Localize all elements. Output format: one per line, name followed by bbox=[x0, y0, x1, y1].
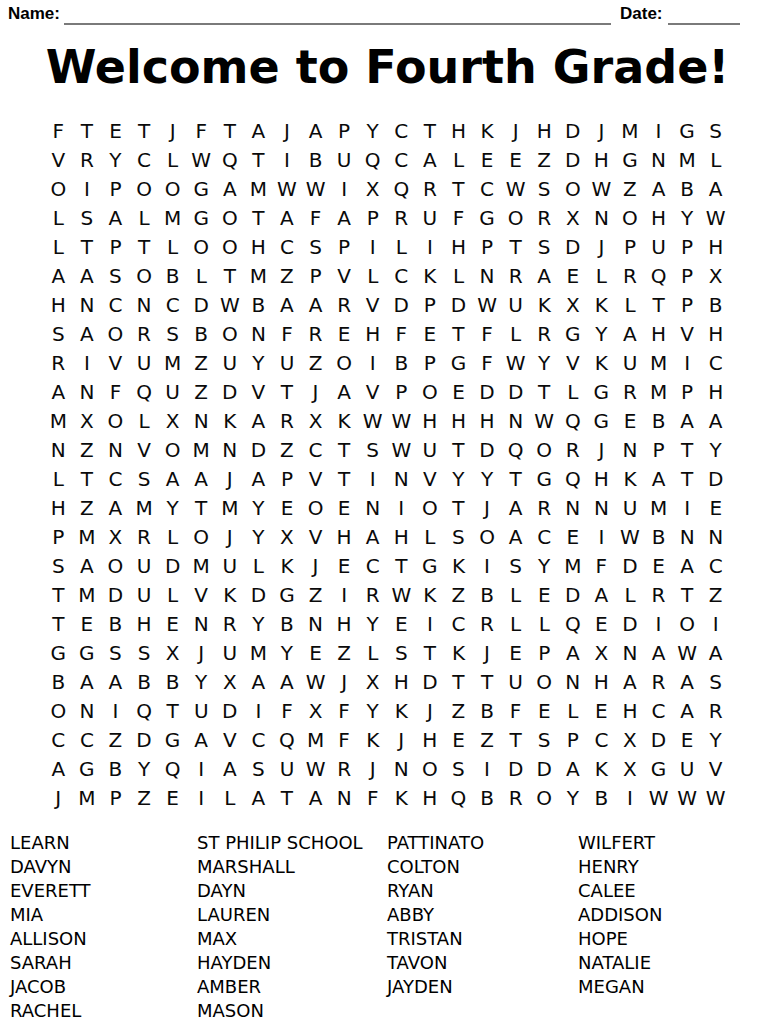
grid-cell[interactable]: L bbox=[158, 232, 187, 261]
grid-cell[interactable]: K bbox=[444, 551, 473, 580]
grid-cell[interactable]: K bbox=[444, 638, 473, 667]
grid-cell[interactable]: P bbox=[673, 232, 702, 261]
grid-cell[interactable]: O bbox=[673, 609, 702, 638]
grid-cell[interactable]: E bbox=[330, 493, 359, 522]
grid-cell[interactable]: O bbox=[187, 232, 216, 261]
grid-cell[interactable]: Y bbox=[187, 667, 216, 696]
grid-cell[interactable]: K bbox=[387, 783, 416, 812]
grid-cell[interactable]: F bbox=[330, 725, 359, 754]
grid-cell[interactable]: R bbox=[73, 145, 102, 174]
grid-cell[interactable]: X bbox=[216, 667, 245, 696]
grid-cell[interactable]: A bbox=[673, 696, 702, 725]
grid-cell[interactable]: W bbox=[358, 406, 387, 435]
grid-cell[interactable]: T bbox=[216, 261, 245, 290]
grid-cell[interactable]: O bbox=[187, 522, 216, 551]
grid-cell[interactable]: Y bbox=[559, 783, 588, 812]
grid-cell[interactable]: P bbox=[358, 203, 387, 232]
grid-cell[interactable]: N bbox=[501, 406, 530, 435]
grid-cell[interactable]: B bbox=[301, 145, 330, 174]
grid-cell[interactable]: H bbox=[416, 725, 445, 754]
grid-cell[interactable]: T bbox=[473, 667, 502, 696]
grid-cell[interactable]: D bbox=[501, 377, 530, 406]
grid-cell[interactable]: R bbox=[273, 406, 302, 435]
grid-cell[interactable]: T bbox=[130, 116, 159, 145]
grid-cell[interactable]: X bbox=[301, 406, 330, 435]
grid-cell[interactable]: R bbox=[616, 261, 645, 290]
grid-cell[interactable]: D bbox=[101, 580, 130, 609]
grid-cell[interactable]: M bbox=[158, 348, 187, 377]
grid-cell[interactable]: N bbox=[187, 609, 216, 638]
grid-cell[interactable]: M bbox=[644, 348, 673, 377]
grid-cell[interactable]: W bbox=[301, 754, 330, 783]
grid-cell[interactable]: B bbox=[130, 667, 159, 696]
grid-cell[interactable]: W bbox=[530, 406, 559, 435]
grid-cell[interactable]: G bbox=[587, 377, 616, 406]
grid-cell[interactable]: M bbox=[644, 377, 673, 406]
grid-cell[interactable]: I bbox=[673, 493, 702, 522]
grid-cell[interactable]: M bbox=[73, 580, 102, 609]
grid-cell[interactable]: O bbox=[130, 174, 159, 203]
grid-cell[interactable]: P bbox=[616, 232, 645, 261]
grid-cell[interactable]: X bbox=[101, 522, 130, 551]
grid-cell[interactable]: J bbox=[387, 725, 416, 754]
grid-cell[interactable]: J bbox=[216, 522, 245, 551]
grid-cell[interactable]: W bbox=[301, 667, 330, 696]
grid-cell[interactable]: B bbox=[158, 261, 187, 290]
grid-cell[interactable]: Y bbox=[587, 319, 616, 348]
grid-cell[interactable]: V bbox=[416, 464, 445, 493]
grid-cell[interactable]: M bbox=[158, 203, 187, 232]
grid-cell[interactable]: T bbox=[130, 232, 159, 261]
grid-cell[interactable]: U bbox=[616, 493, 645, 522]
grid-cell[interactable]: R bbox=[44, 348, 73, 377]
grid-cell[interactable]: U bbox=[130, 580, 159, 609]
grid-cell[interactable]: X bbox=[616, 754, 645, 783]
grid-cell[interactable]: T bbox=[73, 232, 102, 261]
grid-cell[interactable]: A bbox=[501, 493, 530, 522]
grid-cell[interactable]: A bbox=[101, 203, 130, 232]
grid-cell[interactable]: E bbox=[444, 725, 473, 754]
grid-cell[interactable]: A bbox=[330, 203, 359, 232]
grid-cell[interactable]: O bbox=[559, 174, 588, 203]
grid-cell[interactable]: O bbox=[216, 232, 245, 261]
grid-cell[interactable]: K bbox=[616, 464, 645, 493]
grid-cell[interactable]: V bbox=[330, 261, 359, 290]
grid-cell[interactable]: F bbox=[473, 348, 502, 377]
grid-cell[interactable]: I bbox=[358, 348, 387, 377]
grid-cell[interactable]: T bbox=[216, 116, 245, 145]
grid-cell[interactable]: O bbox=[301, 493, 330, 522]
grid-cell[interactable]: Y bbox=[273, 638, 302, 667]
grid-cell[interactable]: P bbox=[330, 232, 359, 261]
grid-cell[interactable]: O bbox=[101, 319, 130, 348]
grid-cell[interactable]: T bbox=[444, 493, 473, 522]
grid-cell[interactable]: K bbox=[587, 290, 616, 319]
grid-cell[interactable]: F bbox=[387, 319, 416, 348]
grid-cell[interactable]: M bbox=[216, 493, 245, 522]
grid-cell[interactable]: Z bbox=[301, 580, 330, 609]
grid-cell[interactable]: S bbox=[387, 638, 416, 667]
grid-cell[interactable]: Q bbox=[130, 696, 159, 725]
grid-cell[interactable]: Z bbox=[73, 493, 102, 522]
grid-cell[interactable]: N bbox=[587, 493, 616, 522]
grid-cell[interactable]: T bbox=[673, 435, 702, 464]
grid-cell[interactable]: N bbox=[473, 261, 502, 290]
grid-cell[interactable]: N bbox=[559, 667, 588, 696]
grid-cell[interactable]: L bbox=[559, 696, 588, 725]
grid-cell[interactable]: Y bbox=[358, 116, 387, 145]
grid-cell[interactable]: N bbox=[216, 435, 245, 464]
grid-cell[interactable]: H bbox=[444, 232, 473, 261]
grid-cell[interactable]: P bbox=[416, 290, 445, 319]
grid-cell[interactable]: A bbox=[301, 290, 330, 319]
grid-cell[interactable]: S bbox=[158, 319, 187, 348]
grid-cell[interactable]: Q bbox=[216, 145, 245, 174]
grid-cell[interactable]: X bbox=[701, 261, 730, 290]
grid-cell[interactable]: B bbox=[473, 580, 502, 609]
grid-cell[interactable]: S bbox=[44, 319, 73, 348]
grid-cell[interactable]: E bbox=[501, 145, 530, 174]
grid-cell[interactable]: S bbox=[530, 232, 559, 261]
grid-cell[interactable]: Q bbox=[158, 754, 187, 783]
grid-cell[interactable]: D bbox=[216, 696, 245, 725]
grid-cell[interactable]: N bbox=[301, 609, 330, 638]
grid-cell[interactable]: H bbox=[701, 232, 730, 261]
grid-cell[interactable]: K bbox=[530, 290, 559, 319]
grid-cell[interactable]: I bbox=[330, 174, 359, 203]
grid-cell[interactable]: G bbox=[158, 725, 187, 754]
grid-cell[interactable]: A bbox=[216, 754, 245, 783]
grid-cell[interactable]: F bbox=[44, 116, 73, 145]
grid-cell[interactable]: A bbox=[187, 725, 216, 754]
grid-cell[interactable]: B bbox=[187, 319, 216, 348]
grid-cell[interactable]: M bbox=[73, 522, 102, 551]
grid-cell[interactable]: H bbox=[330, 522, 359, 551]
grid-cell[interactable]: Z bbox=[187, 377, 216, 406]
grid-cell[interactable]: U bbox=[130, 348, 159, 377]
grid-cell[interactable]: X bbox=[158, 638, 187, 667]
grid-cell[interactable]: D bbox=[501, 754, 530, 783]
grid-cell[interactable]: A bbox=[644, 638, 673, 667]
grid-cell[interactable]: Z bbox=[616, 174, 645, 203]
grid-cell[interactable]: D bbox=[701, 464, 730, 493]
grid-cell[interactable]: G bbox=[673, 116, 702, 145]
grid-cell[interactable]: S bbox=[130, 464, 159, 493]
grid-cell[interactable]: T bbox=[273, 783, 302, 812]
grid-cell[interactable]: N bbox=[330, 783, 359, 812]
grid-cell[interactable]: T bbox=[501, 725, 530, 754]
grid-cell[interactable]: A bbox=[244, 667, 273, 696]
grid-cell[interactable]: T bbox=[501, 464, 530, 493]
grid-cell[interactable]: G bbox=[473, 203, 502, 232]
grid-cell[interactable]: L bbox=[44, 464, 73, 493]
grid-cell[interactable]: O bbox=[416, 377, 445, 406]
grid-cell[interactable]: V bbox=[559, 348, 588, 377]
grid-cell[interactable]: L bbox=[559, 377, 588, 406]
grid-cell[interactable]: C bbox=[244, 725, 273, 754]
grid-cell[interactable]: E bbox=[101, 116, 130, 145]
grid-cell[interactable]: A bbox=[559, 754, 588, 783]
grid-cell[interactable]: E bbox=[501, 638, 530, 667]
grid-cell[interactable]: I bbox=[701, 609, 730, 638]
grid-cell[interactable]: H bbox=[473, 406, 502, 435]
grid-cell[interactable]: L bbox=[130, 203, 159, 232]
grid-cell[interactable]: K bbox=[216, 580, 245, 609]
grid-cell[interactable]: V bbox=[216, 725, 245, 754]
grid-cell[interactable]: A bbox=[273, 203, 302, 232]
grid-cell[interactable]: T bbox=[416, 116, 445, 145]
grid-cell[interactable]: G bbox=[416, 551, 445, 580]
grid-cell[interactable]: G bbox=[587, 406, 616, 435]
grid-cell[interactable]: L bbox=[130, 406, 159, 435]
grid-cell[interactable]: Z bbox=[73, 435, 102, 464]
grid-cell[interactable]: N bbox=[44, 435, 73, 464]
grid-cell[interactable]: K bbox=[587, 348, 616, 377]
grid-cell[interactable]: C bbox=[273, 232, 302, 261]
grid-cell[interactable]: O bbox=[130, 261, 159, 290]
grid-cell[interactable]: R bbox=[616, 377, 645, 406]
grid-cell[interactable]: I bbox=[473, 551, 502, 580]
grid-cell[interactable]: A bbox=[559, 638, 588, 667]
grid-cell[interactable]: V bbox=[701, 754, 730, 783]
grid-cell[interactable]: Z bbox=[701, 580, 730, 609]
grid-cell[interactable]: U bbox=[673, 754, 702, 783]
grid-cell[interactable]: L bbox=[501, 580, 530, 609]
grid-cell[interactable]: A bbox=[644, 174, 673, 203]
grid-cell[interactable]: K bbox=[473, 116, 502, 145]
grid-cell[interactable]: C bbox=[644, 696, 673, 725]
grid-cell[interactable]: J bbox=[187, 638, 216, 667]
grid-cell[interactable]: A bbox=[644, 464, 673, 493]
grid-cell[interactable]: A bbox=[73, 319, 102, 348]
grid-cell[interactable]: L bbox=[216, 783, 245, 812]
grid-cell[interactable]: U bbox=[416, 203, 445, 232]
grid-cell[interactable]: Y bbox=[158, 493, 187, 522]
grid-cell[interactable]: V bbox=[358, 290, 387, 319]
grid-cell[interactable]: A bbox=[701, 406, 730, 435]
grid-cell[interactable]: Z bbox=[273, 435, 302, 464]
grid-cell[interactable]: B bbox=[644, 522, 673, 551]
grid-cell[interactable]: T bbox=[44, 580, 73, 609]
grid-cell[interactable]: M bbox=[187, 435, 216, 464]
grid-cell[interactable]: L bbox=[587, 261, 616, 290]
grid-cell[interactable]: C bbox=[358, 551, 387, 580]
grid-cell[interactable]: B bbox=[587, 783, 616, 812]
grid-cell[interactable]: R bbox=[416, 174, 445, 203]
grid-cell[interactable]: J bbox=[158, 116, 187, 145]
grid-cell[interactable]: R bbox=[501, 783, 530, 812]
grid-cell[interactable]: D bbox=[559, 116, 588, 145]
grid-cell[interactable]: E bbox=[559, 261, 588, 290]
grid-cell[interactable]: E bbox=[301, 638, 330, 667]
grid-cell[interactable]: I bbox=[330, 580, 359, 609]
grid-cell[interactable]: Y bbox=[101, 145, 130, 174]
grid-cell[interactable]: V bbox=[673, 319, 702, 348]
grid-cell[interactable]: B bbox=[644, 406, 673, 435]
grid-cell[interactable]: T bbox=[187, 493, 216, 522]
grid-cell[interactable]: S bbox=[358, 435, 387, 464]
grid-cell[interactable]: H bbox=[587, 667, 616, 696]
grid-cell[interactable]: F bbox=[301, 203, 330, 232]
grid-cell[interactable]: N bbox=[559, 493, 588, 522]
grid-cell[interactable]: U bbox=[501, 667, 530, 696]
grid-cell[interactable]: T bbox=[44, 609, 73, 638]
grid-cell[interactable]: I bbox=[473, 754, 502, 783]
grid-cell[interactable]: X bbox=[616, 725, 645, 754]
grid-cell[interactable]: H bbox=[701, 319, 730, 348]
grid-cell[interactable]: Y bbox=[244, 522, 273, 551]
grid-cell[interactable]: A bbox=[501, 522, 530, 551]
grid-cell[interactable]: N bbox=[701, 522, 730, 551]
grid-cell[interactable]: M bbox=[644, 493, 673, 522]
grid-cell[interactable]: X bbox=[273, 522, 302, 551]
grid-cell[interactable]: U bbox=[216, 551, 245, 580]
grid-cell[interactable]: H bbox=[587, 464, 616, 493]
grid-cell[interactable]: M bbox=[44, 406, 73, 435]
grid-cell[interactable]: V bbox=[301, 522, 330, 551]
grid-cell[interactable]: S bbox=[301, 232, 330, 261]
grid-cell[interactable]: Y bbox=[358, 609, 387, 638]
grid-cell[interactable]: D bbox=[616, 551, 645, 580]
grid-cell[interactable]: A bbox=[158, 464, 187, 493]
grid-cell[interactable]: B bbox=[158, 667, 187, 696]
grid-cell[interactable]: U bbox=[644, 232, 673, 261]
grid-cell[interactable]: O bbox=[216, 319, 245, 348]
grid-cell[interactable]: A bbox=[587, 580, 616, 609]
grid-cell[interactable]: A bbox=[44, 377, 73, 406]
grid-cell[interactable]: H bbox=[44, 493, 73, 522]
grid-cell[interactable]: U bbox=[187, 696, 216, 725]
grid-cell[interactable]: D bbox=[559, 580, 588, 609]
grid-cell[interactable]: N bbox=[616, 435, 645, 464]
grid-cell[interactable]: G bbox=[187, 174, 216, 203]
grid-cell[interactable]: B bbox=[701, 290, 730, 319]
grid-cell[interactable]: E bbox=[158, 783, 187, 812]
grid-cell[interactable]: I bbox=[101, 696, 130, 725]
grid-cell[interactable]: Q bbox=[273, 725, 302, 754]
grid-cell[interactable]: Y bbox=[130, 754, 159, 783]
grid-cell[interactable]: A bbox=[616, 667, 645, 696]
grid-cell[interactable]: O bbox=[101, 551, 130, 580]
grid-cell[interactable]: V bbox=[358, 377, 387, 406]
grid-cell[interactable]: M bbox=[244, 174, 273, 203]
grid-cell[interactable]: T bbox=[644, 290, 673, 319]
grid-cell[interactable]: W bbox=[587, 174, 616, 203]
grid-cell[interactable]: I bbox=[416, 232, 445, 261]
grid-cell[interactable]: U bbox=[416, 435, 445, 464]
grid-cell[interactable]: H bbox=[444, 116, 473, 145]
grid-cell[interactable]: A bbox=[44, 754, 73, 783]
grid-cell[interactable]: W bbox=[673, 638, 702, 667]
grid-cell[interactable]: K bbox=[416, 261, 445, 290]
grid-cell[interactable]: S bbox=[101, 261, 130, 290]
grid-cell[interactable]: H bbox=[444, 406, 473, 435]
grid-cell[interactable]: C bbox=[73, 725, 102, 754]
grid-cell[interactable]: J bbox=[587, 232, 616, 261]
grid-cell[interactable]: D bbox=[158, 551, 187, 580]
grid-cell[interactable]: F bbox=[358, 783, 387, 812]
grid-cell[interactable]: L bbox=[244, 551, 273, 580]
grid-cell[interactable]: O bbox=[416, 493, 445, 522]
grid-cell[interactable]: J bbox=[301, 377, 330, 406]
grid-cell[interactable]: O bbox=[473, 522, 502, 551]
grid-cell[interactable]: E bbox=[330, 551, 359, 580]
grid-cell[interactable]: J bbox=[44, 783, 73, 812]
grid-cell[interactable]: C bbox=[530, 522, 559, 551]
grid-cell[interactable]: R bbox=[501, 261, 530, 290]
grid-cell[interactable]: B bbox=[387, 348, 416, 377]
grid-cell[interactable]: H bbox=[416, 783, 445, 812]
grid-cell[interactable]: C bbox=[301, 435, 330, 464]
grid-cell[interactable]: I bbox=[416, 609, 445, 638]
grid-cell[interactable]: Q bbox=[501, 435, 530, 464]
grid-cell[interactable]: H bbox=[387, 522, 416, 551]
grid-cell[interactable]: T bbox=[501, 232, 530, 261]
grid-cell[interactable]: P bbox=[101, 783, 130, 812]
grid-cell[interactable]: L bbox=[616, 580, 645, 609]
grid-cell[interactable]: P bbox=[559, 725, 588, 754]
grid-cell[interactable]: W bbox=[616, 522, 645, 551]
grid-cell[interactable]: C bbox=[701, 551, 730, 580]
grid-cell[interactable]: U bbox=[330, 145, 359, 174]
grid-cell[interactable]: U bbox=[216, 348, 245, 377]
grid-cell[interactable]: C bbox=[587, 725, 616, 754]
grid-cell[interactable]: O bbox=[616, 203, 645, 232]
grid-cell[interactable]: F bbox=[273, 319, 302, 348]
grid-cell[interactable]: L bbox=[158, 145, 187, 174]
grid-cell[interactable]: M bbox=[130, 493, 159, 522]
grid-cell[interactable]: W bbox=[273, 174, 302, 203]
grid-cell[interactable]: H bbox=[387, 667, 416, 696]
grid-cell[interactable]: M bbox=[244, 261, 273, 290]
grid-cell[interactable]: S bbox=[130, 638, 159, 667]
grid-cell[interactable]: Y bbox=[530, 348, 559, 377]
grid-cell[interactable]: H bbox=[616, 696, 645, 725]
grid-cell[interactable]: E bbox=[273, 493, 302, 522]
grid-cell[interactable]: G bbox=[187, 203, 216, 232]
grid-cell[interactable]: C bbox=[444, 609, 473, 638]
grid-cell[interactable]: A bbox=[701, 638, 730, 667]
grid-cell[interactable]: P bbox=[273, 464, 302, 493]
grid-cell[interactable]: N bbox=[73, 696, 102, 725]
grid-cell[interactable]: Y bbox=[244, 609, 273, 638]
grid-cell[interactable]: A bbox=[358, 522, 387, 551]
grid-cell[interactable]: S bbox=[244, 754, 273, 783]
grid-cell[interactable]: F bbox=[587, 551, 616, 580]
grid-cell[interactable]: Y bbox=[444, 464, 473, 493]
grid-cell[interactable]: T bbox=[673, 464, 702, 493]
grid-cell[interactable]: S bbox=[444, 522, 473, 551]
grid-cell[interactable]: O bbox=[158, 174, 187, 203]
grid-cell[interactable]: E bbox=[530, 580, 559, 609]
grid-cell[interactable]: A bbox=[301, 783, 330, 812]
grid-cell[interactable]: L bbox=[444, 261, 473, 290]
grid-cell[interactable]: T bbox=[330, 464, 359, 493]
grid-cell[interactable]: J bbox=[473, 638, 502, 667]
grid-cell[interactable]: A bbox=[673, 667, 702, 696]
grid-cell[interactable]: N bbox=[187, 406, 216, 435]
grid-cell[interactable]: P bbox=[530, 638, 559, 667]
grid-cell[interactable]: I bbox=[644, 609, 673, 638]
grid-cell[interactable]: W bbox=[387, 435, 416, 464]
grid-cell[interactable]: H bbox=[701, 377, 730, 406]
grid-cell[interactable]: I bbox=[73, 174, 102, 203]
grid-cell[interactable]: A bbox=[673, 551, 702, 580]
grid-cell[interactable]: J bbox=[273, 116, 302, 145]
grid-cell[interactable]: L bbox=[387, 232, 416, 261]
grid-cell[interactable]: P bbox=[673, 261, 702, 290]
grid-cell[interactable]: G bbox=[444, 348, 473, 377]
